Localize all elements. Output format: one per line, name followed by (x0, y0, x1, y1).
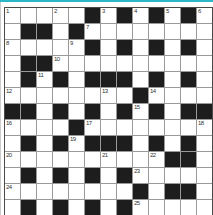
black-cell-r5c8 (117, 72, 132, 87)
clue-number-19: 19 (70, 136, 76, 143)
cell-r11c7[interactable] (101, 168, 116, 183)
black-cell-r13c4 (53, 200, 68, 215)
clue-number-21: 21 (102, 152, 108, 159)
cell-r10c6[interactable] (85, 152, 100, 167)
clue-number-10: 10 (54, 56, 60, 63)
cell-r9c5[interactable]: 19 (69, 136, 84, 151)
black-cell-r7c1 (5, 104, 20, 119)
accent-top-border (0, 0, 213, 2)
cell-r9c11[interactable] (165, 136, 180, 151)
cell-r13c13[interactable] (197, 200, 212, 215)
clue-number-24: 24 (6, 184, 12, 191)
cell-r8c4[interactable] (53, 120, 68, 135)
cell-r5c9[interactable] (133, 72, 148, 87)
cell-r9c1[interactable] (5, 136, 20, 151)
cell-r4c4[interactable]: 10 (53, 56, 68, 71)
cell-r6c1[interactable]: 12 (5, 88, 20, 103)
clue-number-23: 23 (134, 168, 140, 175)
cell-r1c5[interactable] (69, 8, 84, 23)
cell-r6c13[interactable] (197, 88, 212, 103)
cell-r7c9[interactable]: 15 (133, 104, 148, 119)
cell-r2c4[interactable] (53, 24, 68, 39)
black-cell-r8c5 (69, 120, 84, 135)
cell-r2c7[interactable] (101, 24, 116, 39)
clue-number-16: 16 (6, 120, 12, 127)
cell-r7c3[interactable] (37, 104, 52, 119)
black-cell-r1c12 (181, 8, 196, 23)
black-cell-r7c12 (181, 104, 196, 119)
cell-r10c5[interactable] (69, 152, 84, 167)
clue-number-7: 7 (86, 24, 89, 31)
black-cell-r4c3 (37, 56, 52, 71)
cell-r2c10[interactable] (149, 24, 164, 39)
cell-r4c13[interactable] (197, 56, 212, 71)
black-cell-r2c5 (69, 24, 84, 39)
cell-r7c5[interactable] (69, 104, 84, 119)
cell-r6c2[interactable] (21, 88, 36, 103)
black-cell-r7c8 (117, 104, 132, 119)
cell-r12c6[interactable] (85, 184, 100, 199)
cell-r1c2[interactable] (21, 8, 36, 23)
black-cell-r10c12 (181, 152, 196, 167)
left-edge-border (0, 2, 1, 215)
black-cell-r5c6 (85, 72, 100, 87)
cell-r11c1[interactable] (5, 168, 20, 183)
clue-number-8: 8 (6, 40, 9, 47)
cell-r12c5[interactable] (69, 184, 84, 199)
cell-r4c11[interactable] (165, 56, 180, 71)
cell-r6c8[interactable] (117, 88, 132, 103)
cell-r4c6[interactable] (85, 56, 100, 71)
cell-r8c13[interactable]: 18 (197, 120, 212, 135)
black-cell-r9c12 (181, 136, 196, 151)
clue-number-5: 5 (166, 8, 169, 15)
black-cell-r13c8 (117, 200, 132, 215)
cell-r6c5[interactable] (69, 88, 84, 103)
black-cell-r5c10 (149, 72, 164, 87)
cell-r13c1[interactable] (5, 200, 20, 215)
cell-r13c5[interactable] (69, 200, 84, 215)
cell-r8c2[interactable] (21, 120, 36, 135)
cell-r11c10[interactable] (149, 168, 164, 183)
cell-r3c7[interactable] (101, 40, 116, 55)
cell-r2c6[interactable]: 7 (85, 24, 100, 39)
cell-r2c1[interactable] (5, 24, 20, 39)
black-cell-r11c8 (117, 168, 132, 183)
cell-r6c4[interactable] (53, 88, 68, 103)
cell-r5c11[interactable] (165, 72, 180, 87)
black-cell-r3c6 (85, 40, 100, 55)
cell-r1c9[interactable]: 4 (133, 8, 148, 23)
cell-r12c13[interactable] (197, 184, 212, 199)
black-cell-r3c8 (117, 40, 132, 55)
black-cell-r11c6 (85, 168, 100, 183)
cell-r6c7[interactable]: 13 (101, 88, 116, 103)
cell-r11c11[interactable] (165, 168, 180, 183)
cell-r7c7[interactable] (101, 104, 116, 119)
clue-number-20: 20 (6, 152, 12, 159)
cell-r11c3[interactable] (37, 168, 52, 183)
cell-r4c5[interactable] (69, 56, 84, 71)
black-cell-r9c7 (101, 136, 116, 151)
cell-r2c8[interactable] (117, 24, 132, 39)
cell-r6c12[interactable] (181, 88, 196, 103)
cell-r12c8[interactable] (117, 184, 132, 199)
cell-r8c9[interactable] (133, 120, 148, 135)
cell-r3c2[interactable] (21, 40, 36, 55)
clue-number-1: 1 (6, 8, 9, 15)
clue-number-2: 2 (54, 8, 57, 15)
clue-number-15: 15 (134, 104, 140, 111)
black-cell-r1c6 (85, 8, 100, 23)
clue-number-22: 22 (150, 152, 156, 159)
clue-number-25: 25 (134, 200, 140, 207)
cell-r8c7[interactable] (101, 120, 116, 135)
cell-r12c7[interactable] (101, 184, 116, 199)
cell-r13c10[interactable] (149, 200, 164, 215)
cell-r11c12[interactable] (181, 168, 196, 183)
clue-number-9: 9 (70, 40, 73, 47)
cell-r10c3[interactable] (37, 152, 52, 167)
cell-r1c11[interactable]: 5 (165, 8, 180, 23)
black-cell-r10c11 (165, 152, 180, 167)
cell-r6c3[interactable] (37, 88, 52, 103)
cell-r12c2[interactable] (21, 184, 36, 199)
black-cell-r9c10 (149, 136, 164, 151)
black-cell-r2c3 (37, 24, 52, 39)
clue-number-18: 18 (198, 120, 204, 127)
cell-r8c1[interactable]: 16 (5, 120, 20, 135)
cell-r2c13[interactable] (197, 24, 212, 39)
cell-r10c1[interactable]: 20 (5, 152, 20, 167)
cell-r3c9[interactable] (133, 40, 148, 55)
cell-r7c11[interactable] (165, 104, 180, 119)
cell-r3c13[interactable] (197, 40, 212, 55)
clue-number-11: 11 (38, 72, 43, 79)
clue-number-3: 3 (102, 8, 105, 15)
black-cell-r6c9 (133, 88, 148, 103)
cell-r13c3[interactable] (37, 200, 52, 215)
cell-r10c10[interactable]: 22 (149, 152, 164, 167)
black-cell-r7c13 (197, 104, 212, 119)
clue-number-6: 6 (198, 8, 201, 15)
black-cell-r3c12 (181, 40, 196, 55)
cell-r1c1[interactable]: 1 (5, 8, 20, 23)
black-cell-r5c12 (181, 72, 196, 87)
black-cell-r7c6 (85, 104, 100, 119)
cell-r3c3[interactable] (37, 40, 52, 55)
black-cell-r5c7 (101, 72, 116, 87)
cell-r8c3[interactable] (37, 120, 52, 135)
cell-r8c8[interactable] (117, 120, 132, 135)
cell-r4c9[interactable] (133, 56, 148, 71)
cell-r10c2[interactable] (21, 152, 36, 167)
cell-r3c4[interactable] (53, 40, 68, 55)
cell-r2c9[interactable] (133, 24, 148, 39)
black-cell-r9c4 (53, 136, 68, 151)
black-cell-r1c10 (149, 8, 164, 23)
cell-r10c8[interactable] (117, 152, 132, 167)
cell-r4c7[interactable] (101, 56, 116, 71)
black-cell-r1c8 (117, 8, 132, 23)
cell-r5c13[interactable] (197, 72, 212, 87)
cell-r1c3[interactable] (37, 8, 52, 23)
clue-number-12: 12 (6, 88, 12, 95)
cell-r10c4[interactable] (53, 152, 68, 167)
black-cell-r9c6 (85, 136, 100, 151)
cell-r9c9[interactable] (133, 136, 148, 151)
cell-r8c6[interactable]: 17 (85, 120, 100, 135)
cell-r8c10[interactable] (149, 120, 164, 135)
black-cell-r7c4 (53, 104, 68, 119)
cell-r13c9[interactable]: 25 (133, 200, 148, 215)
cell-r13c12[interactable] (181, 200, 196, 215)
cell-r4c8[interactable] (117, 56, 132, 71)
cell-r4c10[interactable] (149, 56, 164, 71)
cell-r6c6[interactable] (85, 88, 100, 103)
cell-r3c1[interactable]: 8 (5, 40, 20, 55)
clue-number-13: 13 (102, 88, 108, 95)
black-cell-r13c6 (85, 200, 100, 215)
clue-number-17: 17 (86, 120, 92, 127)
cell-r2c12[interactable] (181, 24, 196, 39)
cell-r1c13[interactable]: 6 (197, 8, 212, 23)
crossword-page: 1234567891011121314151617181920212223242… (0, 0, 213, 215)
cell-r6c10[interactable]: 14 (149, 88, 164, 103)
black-cell-r9c2 (21, 136, 36, 151)
cell-r5c1[interactable] (5, 72, 20, 87)
black-cell-r12c12 (181, 184, 196, 199)
cell-r9c13[interactable] (197, 136, 212, 151)
cell-r5c5[interactable] (69, 72, 84, 87)
cell-r4c12[interactable] (181, 56, 196, 71)
cell-r1c4[interactable]: 2 (53, 8, 68, 23)
black-cell-r13c2 (21, 200, 36, 215)
black-cell-r9c8 (117, 136, 132, 151)
black-cell-r2c2 (21, 24, 36, 39)
black-cell-r4c2 (21, 56, 36, 71)
cell-r1c7[interactable]: 3 (101, 8, 116, 23)
cell-r12c3[interactable] (37, 184, 52, 199)
cell-r3c11[interactable] (165, 40, 180, 55)
clue-number-14: 14 (150, 88, 156, 95)
cell-r6c11[interactable] (165, 88, 180, 103)
black-cell-r7c2 (21, 104, 36, 119)
cell-r12c1[interactable]: 24 (5, 184, 20, 199)
black-cell-r11c2 (21, 168, 36, 183)
crossword-board: 1234567891011121314151617181920212223242… (4, 7, 213, 215)
black-cell-r11c4 (53, 168, 68, 183)
cell-r8c11[interactable] (165, 120, 180, 135)
cell-r10c9[interactable] (133, 152, 148, 167)
cell-r8c12[interactable] (181, 120, 196, 135)
cell-r2c11[interactable] (165, 24, 180, 39)
black-cell-r12c9 (133, 184, 148, 199)
clue-number-4: 4 (134, 8, 137, 15)
black-cell-r12c11 (165, 184, 180, 199)
cell-r11c5[interactable] (69, 168, 84, 183)
cell-r4c1[interactable] (5, 56, 20, 71)
cell-r11c9[interactable]: 23 (133, 168, 148, 183)
cell-r12c10[interactable] (149, 184, 164, 199)
cell-r10c7[interactable]: 21 (101, 152, 116, 167)
cell-r10c13[interactable] (197, 152, 212, 167)
black-cell-r3c10 (149, 40, 164, 55)
cell-r13c11[interactable] (165, 200, 180, 215)
black-cell-r5c2 (21, 72, 36, 87)
cell-r5c3[interactable]: 11 (37, 72, 52, 87)
cell-r12c4[interactable] (53, 184, 68, 199)
cell-r9c3[interactable] (37, 136, 52, 151)
cell-r11c13[interactable] (197, 168, 212, 183)
cell-r3c5[interactable]: 9 (69, 40, 84, 55)
cell-r13c7[interactable] (101, 200, 116, 215)
black-cell-r7c10 (149, 104, 164, 119)
black-cell-r5c4 (53, 72, 68, 87)
